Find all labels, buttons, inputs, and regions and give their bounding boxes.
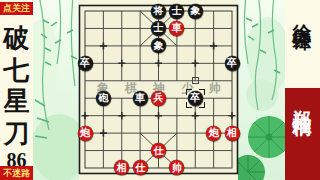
follow-badge[interactable]: 点关注	[0, 2, 33, 15]
piece-red-仕-5-9[interactable]: 仕	[151, 143, 166, 158]
left-panel: 点关注 破 七 星 刀 86 不迷路	[0, 0, 33, 180]
piece-red-相-9-8[interactable]: 相	[225, 126, 240, 141]
piece-black-将-5-1[interactable]: 将	[151, 4, 166, 19]
piece-red-車-6-2[interactable]: 車	[169, 21, 184, 36]
last-move-from-marker	[192, 77, 199, 84]
piece-black-砲-2-6[interactable]: 砲	[96, 91, 111, 106]
title-char: 七	[4, 55, 30, 87]
player-name-red-block: 徐崇锋	[285, 0, 320, 88]
piece-black-車-4-6[interactable]: 車	[133, 91, 148, 106]
piece-black-象-5-3[interactable]: 象	[151, 38, 166, 53]
piece-red-仕-4-10[interactable]: 仕	[133, 160, 148, 175]
piece-red-兵-5-6[interactable]: 兵	[151, 91, 166, 106]
series-title: 破 七 星 刀 86	[0, 23, 33, 171]
player-name-black-block: 郑惟桐	[285, 88, 320, 180]
piece-black-卒-9-4[interactable]: 卒	[225, 56, 240, 71]
video-thumbnail: 点关注 破 七 星 刀 86 不迷路	[0, 0, 320, 180]
last-move-to-marker	[186, 89, 205, 108]
title-char: 破	[4, 23, 30, 55]
piece-red-相-3-10[interactable]: 相	[114, 160, 129, 175]
piece-black-卒-1-4[interactable]: 卒	[78, 56, 93, 71]
pieces-layer: 将士象士車象卒卒砲車兵卒炮炮相仕相仕帅	[0, 0, 320, 180]
piece-black-士-6-1[interactable]: 士	[169, 4, 184, 19]
player-name-bottom: 郑惟桐	[285, 88, 320, 180]
piece-red-炮-1-8[interactable]: 炮	[78, 126, 93, 141]
piece-black-象-7-1[interactable]: 象	[188, 4, 203, 19]
piece-red-炮-8-8[interactable]: 炮	[206, 126, 221, 141]
xiangqi-board[interactable]: 象棋神少帅 将士象士車象卒卒砲車兵卒炮炮相仕相仕帅	[0, 0, 320, 180]
dont-get-lost-badge[interactable]: 不迷路	[0, 166, 33, 180]
right-panel: 徐崇锋 郑惟桐	[285, 0, 320, 180]
title-char: 刀	[4, 118, 30, 150]
title-char: 星	[4, 86, 30, 118]
piece-black-士-5-2[interactable]: 士	[151, 21, 166, 36]
player-name-top: 徐崇锋	[285, 0, 320, 88]
piece-red-帅-6-10[interactable]: 帅	[169, 160, 184, 175]
